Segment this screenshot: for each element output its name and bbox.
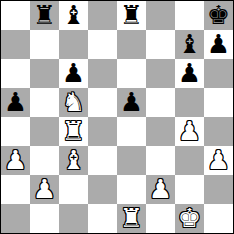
square-g7[interactable]: ♝ (175, 30, 204, 59)
square-g3[interactable] (175, 146, 204, 175)
black-pawn-e5[interactable]: ♟ (120, 88, 143, 117)
square-b2[interactable]: ♟ (30, 175, 59, 204)
black-bishop-c8[interactable]: ♝ (62, 1, 85, 30)
square-e4[interactable] (117, 117, 146, 146)
square-c7[interactable] (59, 30, 88, 59)
black-pawn-c6[interactable]: ♟ (62, 59, 85, 88)
square-g4[interactable]: ♟ (175, 117, 204, 146)
square-f7[interactable] (146, 30, 175, 59)
square-d4[interactable] (88, 117, 117, 146)
square-e1[interactable]: ♜ (117, 204, 146, 233)
square-g8[interactable] (175, 1, 204, 30)
square-c4[interactable]: ♜ (59, 117, 88, 146)
square-e3[interactable] (117, 146, 146, 175)
square-e6[interactable] (117, 59, 146, 88)
square-a4[interactable] (1, 117, 30, 146)
square-d3[interactable] (88, 146, 117, 175)
square-h5[interactable] (204, 88, 233, 117)
white-rook-e1[interactable]: ♜ (120, 204, 143, 233)
square-a1[interactable] (1, 204, 30, 233)
board-wrap: ♜♝♜♚♝♟♟♟♟♞♟♜♟♟♝♟♟♟♜♚ (0, 0, 234, 234)
white-pawn-b2[interactable]: ♟ (33, 175, 56, 204)
square-c6[interactable]: ♟ (59, 59, 88, 88)
black-king-h8[interactable]: ♚ (207, 1, 230, 30)
square-e8[interactable]: ♜ (117, 1, 146, 30)
square-b6[interactable] (30, 59, 59, 88)
white-rook-c4[interactable]: ♜ (62, 117, 85, 146)
square-h4[interactable] (204, 117, 233, 146)
square-b4[interactable] (30, 117, 59, 146)
black-pawn-h7[interactable]: ♟ (207, 30, 230, 59)
square-b5[interactable] (30, 88, 59, 117)
square-d5[interactable] (88, 88, 117, 117)
square-e7[interactable] (117, 30, 146, 59)
square-e2[interactable] (117, 175, 146, 204)
white-pawn-h3[interactable]: ♟ (207, 146, 230, 175)
square-h2[interactable] (204, 175, 233, 204)
white-knight-c5[interactable]: ♞ (62, 88, 85, 117)
white-pawn-a3[interactable]: ♟ (4, 146, 27, 175)
square-g5[interactable] (175, 88, 204, 117)
square-a8[interactable] (1, 1, 30, 30)
square-e5[interactable]: ♟ (117, 88, 146, 117)
square-c5[interactable]: ♞ (59, 88, 88, 117)
square-g1[interactable]: ♚ (175, 204, 204, 233)
white-king-g1[interactable]: ♚ (178, 204, 201, 233)
square-d1[interactable] (88, 204, 117, 233)
square-h6[interactable] (204, 59, 233, 88)
square-b7[interactable] (30, 30, 59, 59)
black-pawn-a5[interactable]: ♟ (4, 88, 27, 117)
square-d2[interactable] (88, 175, 117, 204)
square-g2[interactable] (175, 175, 204, 204)
square-c3[interactable]: ♝ (59, 146, 88, 175)
square-f5[interactable] (146, 88, 175, 117)
square-d6[interactable] (88, 59, 117, 88)
square-d7[interactable] (88, 30, 117, 59)
black-rook-b8[interactable]: ♜ (33, 1, 56, 30)
square-b3[interactable] (30, 146, 59, 175)
square-f1[interactable] (146, 204, 175, 233)
square-f8[interactable] (146, 1, 175, 30)
square-a2[interactable] (1, 175, 30, 204)
square-g6[interactable]: ♟ (175, 59, 204, 88)
black-rook-e8[interactable]: ♜ (120, 1, 143, 30)
square-c1[interactable] (59, 204, 88, 233)
square-f6[interactable] (146, 59, 175, 88)
black-bishop-g7[interactable]: ♝ (178, 30, 201, 59)
square-a5[interactable]: ♟ (1, 88, 30, 117)
white-pawn-f2[interactable]: ♟ (149, 175, 172, 204)
square-f2[interactable]: ♟ (146, 175, 175, 204)
square-a3[interactable]: ♟ (1, 146, 30, 175)
white-pawn-g4[interactable]: ♟ (178, 117, 201, 146)
square-a6[interactable] (1, 59, 30, 88)
square-f4[interactable] (146, 117, 175, 146)
square-a7[interactable] (1, 30, 30, 59)
square-h1[interactable] (204, 204, 233, 233)
square-b8[interactable]: ♜ (30, 1, 59, 30)
black-pawn-g6[interactable]: ♟ (178, 59, 201, 88)
square-h3[interactable]: ♟ (204, 146, 233, 175)
white-bishop-c3[interactable]: ♝ (62, 146, 85, 175)
square-h8[interactable]: ♚ (204, 1, 233, 30)
chess-board: ♜♝♜♚♝♟♟♟♟♞♟♜♟♟♝♟♟♟♜♚ (0, 0, 234, 234)
square-f3[interactable] (146, 146, 175, 175)
square-h7[interactable]: ♟ (204, 30, 233, 59)
square-c2[interactable] (59, 175, 88, 204)
square-c8[interactable]: ♝ (59, 1, 88, 30)
square-b1[interactable] (30, 204, 59, 233)
square-d8[interactable] (88, 1, 117, 30)
